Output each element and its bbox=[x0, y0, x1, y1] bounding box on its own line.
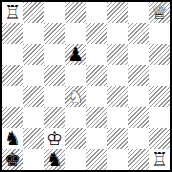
square-h4[interactable] bbox=[149, 86, 170, 107]
square-d2[interactable] bbox=[65, 128, 86, 149]
square-d6[interactable]: ♟ bbox=[65, 44, 86, 65]
square-b5[interactable] bbox=[23, 65, 44, 86]
square-g5[interactable] bbox=[128, 65, 149, 86]
square-h3[interactable] bbox=[149, 107, 170, 128]
square-d4[interactable]: ♞♘ bbox=[65, 86, 86, 107]
board-wrap: ♜♖♛♕♟♞♘♞♚♔♚♞♜♖ bbox=[0, 0, 172, 172]
chess-board: ♜♖♛♕♟♞♘♞♚♔♚♞♜♖ bbox=[0, 0, 172, 172]
square-e7[interactable] bbox=[86, 23, 107, 44]
square-d7[interactable] bbox=[65, 23, 86, 44]
square-g2[interactable] bbox=[128, 128, 149, 149]
white-king: ♔ bbox=[44, 128, 65, 149]
square-f6[interactable] bbox=[107, 44, 128, 65]
square-e8[interactable] bbox=[86, 2, 107, 23]
square-c7[interactable] bbox=[44, 23, 65, 44]
square-h8[interactable]: ♛♕ bbox=[149, 2, 170, 23]
white-queen: ♕ bbox=[149, 2, 170, 23]
square-e6[interactable] bbox=[86, 44, 107, 65]
square-c5[interactable] bbox=[44, 65, 65, 86]
square-h7[interactable] bbox=[149, 23, 170, 44]
square-e4[interactable] bbox=[86, 86, 107, 107]
square-d1[interactable] bbox=[65, 149, 86, 170]
square-c4[interactable] bbox=[44, 86, 65, 107]
square-b3[interactable] bbox=[23, 107, 44, 128]
square-b8[interactable] bbox=[23, 2, 44, 23]
square-d3[interactable] bbox=[65, 107, 86, 128]
square-e1[interactable] bbox=[86, 149, 107, 170]
square-b2[interactable] bbox=[23, 128, 44, 149]
square-c8[interactable] bbox=[44, 2, 65, 23]
square-b1[interactable] bbox=[23, 149, 44, 170]
black-king: ♚ bbox=[2, 149, 23, 170]
square-g6[interactable] bbox=[128, 44, 149, 65]
black-knight: ♞ bbox=[2, 128, 23, 149]
square-f7[interactable] bbox=[107, 23, 128, 44]
square-d5[interactable] bbox=[65, 65, 86, 86]
square-g7[interactable] bbox=[128, 23, 149, 44]
square-a2[interactable]: ♞ bbox=[2, 128, 23, 149]
square-f8[interactable] bbox=[107, 2, 128, 23]
square-h5[interactable] bbox=[149, 65, 170, 86]
white-knight: ♘ bbox=[65, 86, 86, 107]
square-g4[interactable] bbox=[128, 86, 149, 107]
square-h2[interactable] bbox=[149, 128, 170, 149]
black-pawn: ♟ bbox=[65, 44, 86, 65]
square-h6[interactable] bbox=[149, 44, 170, 65]
square-f5[interactable] bbox=[107, 65, 128, 86]
square-d8[interactable] bbox=[65, 2, 86, 23]
square-h1[interactable]: ♜♖ bbox=[149, 149, 170, 170]
square-a8[interactable]: ♜♖ bbox=[2, 2, 23, 23]
square-a3[interactable] bbox=[2, 107, 23, 128]
square-g8[interactable] bbox=[128, 2, 149, 23]
square-e2[interactable] bbox=[86, 128, 107, 149]
square-c6[interactable] bbox=[44, 44, 65, 65]
square-e3[interactable] bbox=[86, 107, 107, 128]
square-a6[interactable] bbox=[2, 44, 23, 65]
square-b7[interactable] bbox=[23, 23, 44, 44]
black-knight: ♞ bbox=[44, 149, 65, 170]
square-a7[interactable] bbox=[2, 23, 23, 44]
square-a4[interactable] bbox=[2, 86, 23, 107]
square-c3[interactable] bbox=[44, 107, 65, 128]
square-c2[interactable]: ♚♔ bbox=[44, 128, 65, 149]
square-g3[interactable] bbox=[128, 107, 149, 128]
square-f1[interactable] bbox=[107, 149, 128, 170]
white-rook: ♖ bbox=[2, 2, 23, 23]
square-c1[interactable]: ♞ bbox=[44, 149, 65, 170]
square-b4[interactable] bbox=[23, 86, 44, 107]
square-f2[interactable] bbox=[107, 128, 128, 149]
square-e5[interactable] bbox=[86, 65, 107, 86]
square-f4[interactable] bbox=[107, 86, 128, 107]
square-b6[interactable] bbox=[23, 44, 44, 65]
white-rook: ♖ bbox=[149, 149, 170, 170]
square-a5[interactable] bbox=[2, 65, 23, 86]
square-g1[interactable] bbox=[128, 149, 149, 170]
square-a1[interactable]: ♚ bbox=[2, 149, 23, 170]
square-f3[interactable] bbox=[107, 107, 128, 128]
